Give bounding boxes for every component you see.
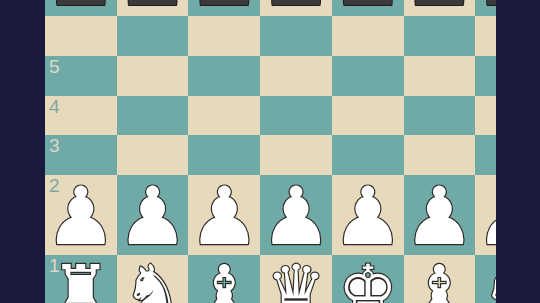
chessboard: ♜♞♝♛♚♝♞♜♟♟♟♟♟♟♟♟5432♟♟♟♟♟♟♟♟1♜♞♝♛♚♝♞♜ <box>45 0 496 303</box>
square-c2[interactable]: ♟ <box>188 175 260 255</box>
square-d5[interactable] <box>260 56 332 96</box>
square-e1[interactable]: ♚ <box>332 255 404 303</box>
square-e7[interactable]: ♟ <box>332 0 404 16</box>
square-f2[interactable]: ♟ <box>404 175 476 255</box>
square-a2[interactable]: 2♟ <box>45 175 117 255</box>
square-c1[interactable]: ♝ <box>188 255 260 303</box>
square-b5[interactable] <box>117 56 189 96</box>
square-a5[interactable]: 5 <box>45 56 117 96</box>
square-f1[interactable]: ♝ <box>404 255 476 303</box>
square-b1[interactable]: ♞ <box>117 255 189 303</box>
white-knight[interactable]: ♞ <box>482 257 496 303</box>
square-c4[interactable] <box>188 96 260 136</box>
square-a4[interactable]: 4 <box>45 96 117 136</box>
square-a6[interactable] <box>45 16 117 56</box>
rank-label-4: 4 <box>49 97 60 116</box>
square-d4[interactable] <box>260 96 332 136</box>
white-pawn[interactable]: ♟ <box>260 177 332 257</box>
square-b2[interactable]: ♟ <box>117 175 189 255</box>
rank-label-5: 5 <box>49 57 60 76</box>
square-b4[interactable] <box>117 96 189 136</box>
square-c5[interactable] <box>188 56 260 96</box>
white-pawn[interactable]: ♟ <box>332 177 404 257</box>
white-pawn[interactable]: ♟ <box>117 177 189 257</box>
square-a1[interactable]: 1♜ <box>45 255 117 303</box>
white-pawn[interactable]: ♟ <box>475 177 496 257</box>
square-e6[interactable] <box>332 16 404 56</box>
white-bishop[interactable]: ♝ <box>195 257 254 303</box>
white-pawn[interactable]: ♟ <box>45 177 117 257</box>
square-g2[interactable]: ♟ <box>475 175 496 255</box>
square-g7[interactable]: ♟ <box>475 0 496 16</box>
square-f7[interactable]: ♟ <box>404 0 476 16</box>
square-f5[interactable] <box>404 56 476 96</box>
screenshot-root: { "game": "chess", "position": { "fen": … <box>0 0 540 303</box>
white-rook[interactable]: ♜ <box>51 257 110 303</box>
square-c6[interactable] <box>188 16 260 56</box>
square-d6[interactable] <box>260 16 332 56</box>
square-d1[interactable]: ♛ <box>260 255 332 303</box>
square-g6[interactable] <box>475 16 496 56</box>
white-bishop[interactable]: ♝ <box>410 257 469 303</box>
white-knight[interactable]: ♞ <box>123 257 182 303</box>
rank-label-3: 3 <box>49 136 60 155</box>
square-g1[interactable]: ♞ <box>475 255 496 303</box>
square-g5[interactable] <box>475 56 496 96</box>
square-e5[interactable] <box>332 56 404 96</box>
square-a7[interactable]: ♟ <box>45 0 117 16</box>
white-king[interactable]: ♚ <box>338 257 397 303</box>
square-f6[interactable] <box>404 16 476 56</box>
white-pawn[interactable]: ♟ <box>188 177 260 257</box>
board-grid: ♜♞♝♛♚♝♞♜♟♟♟♟♟♟♟♟5432♟♟♟♟♟♟♟♟1♜♞♝♛♚♝♞♜ <box>45 0 496 303</box>
square-b7[interactable]: ♟ <box>117 0 189 16</box>
square-f4[interactable] <box>404 96 476 136</box>
square-c7[interactable]: ♟ <box>188 0 260 16</box>
square-g4[interactable] <box>475 96 496 136</box>
square-e4[interactable] <box>332 96 404 136</box>
square-b6[interactable] <box>117 16 189 56</box>
white-queen[interactable]: ♛ <box>266 257 325 303</box>
square-d7[interactable]: ♟ <box>260 0 332 16</box>
square-d2[interactable]: ♟ <box>260 175 332 255</box>
white-pawn[interactable]: ♟ <box>404 177 476 257</box>
square-e2[interactable]: ♟ <box>332 175 404 255</box>
